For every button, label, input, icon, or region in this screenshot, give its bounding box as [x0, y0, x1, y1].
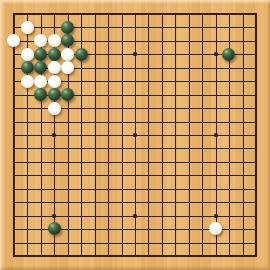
black-stone	[61, 88, 74, 101]
black-stone	[34, 88, 47, 101]
black-stone	[21, 61, 34, 74]
black-stone	[75, 48, 88, 61]
black-stone	[61, 21, 74, 34]
black-stone	[34, 61, 47, 74]
white-stone	[209, 222, 222, 235]
white-stone	[61, 48, 74, 61]
white-stone	[34, 75, 47, 88]
white-stone	[21, 21, 34, 34]
white-stone	[48, 102, 61, 115]
black-stone	[48, 88, 61, 101]
white-stone	[61, 61, 74, 74]
white-stone	[21, 48, 34, 61]
black-stone	[61, 34, 74, 47]
white-stone	[48, 75, 61, 88]
white-stone	[7, 34, 20, 47]
black-stone	[222, 48, 235, 61]
white-stone	[34, 34, 47, 47]
stones-layer	[7, 7, 262, 262]
black-stone	[48, 48, 61, 61]
black-stone	[48, 222, 61, 235]
white-stone	[48, 34, 61, 47]
white-stone	[48, 61, 61, 74]
go-board[interactable]	[0, 0, 270, 270]
white-stone	[21, 75, 34, 88]
black-stone	[34, 48, 47, 61]
